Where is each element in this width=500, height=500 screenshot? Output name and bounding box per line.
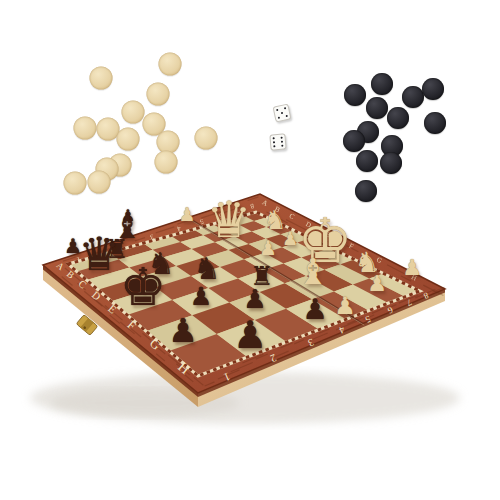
product-photo-stage: AABBCCDDEEFFGGHH1122334455667788 ♟♛♝♟♜♞♚…	[0, 0, 500, 500]
chess-board: AABBCCDDEEFFGGHH1122334455667788	[0, 0, 500, 500]
board-squares	[68, 212, 420, 376]
